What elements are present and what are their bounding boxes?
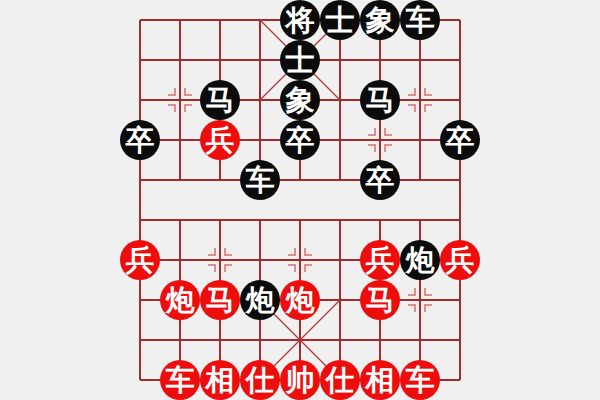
red-soldier[interactable]: 兵 [120, 240, 160, 280]
red-soldier[interactable]: 兵 [440, 240, 480, 280]
piece-glyph: 帅 [286, 366, 315, 395]
red-advisor[interactable]: 仕 [240, 360, 280, 400]
red-chariot[interactable]: 车 [160, 360, 200, 400]
piece-glyph: 仕 [246, 366, 275, 395]
red-elephant[interactable]: 相 [360, 360, 400, 400]
piece-glyph: 马 [206, 86, 235, 115]
piece-glyph: 车 [406, 366, 435, 395]
piece-glyph: 将 [286, 6, 315, 35]
piece-glyph: 马 [366, 286, 395, 315]
piece-glyph: 象 [366, 6, 395, 35]
red-soldier[interactable]: 兵 [200, 120, 240, 160]
black-elephant[interactable]: 象 [360, 0, 400, 40]
black-cannon[interactable]: 炮 [240, 280, 280, 320]
piece-glyph: 士 [286, 46, 315, 75]
black-chariot[interactable]: 车 [240, 160, 280, 200]
black-chariot[interactable]: 车 [400, 0, 440, 40]
red-horse[interactable]: 马 [360, 280, 400, 320]
piece-glyph: 卒 [286, 126, 315, 155]
black-soldier[interactable]: 卒 [440, 120, 480, 160]
piece-glyph: 炮 [406, 246, 435, 275]
piece-glyph: 炮 [286, 286, 315, 315]
piece-glyph: 象 [286, 86, 315, 115]
xiangqi-board: 将士象车士马象马卒卒卒车卒炮炮兵兵兵兵炮马炮马车相仕帅仕相车 [0, 0, 600, 400]
piece-glyph: 卒 [366, 166, 395, 195]
black-horse[interactable]: 马 [200, 80, 240, 120]
piece-glyph: 炮 [166, 286, 195, 315]
piece-glyph: 马 [366, 86, 395, 115]
red-elephant[interactable]: 相 [200, 360, 240, 400]
black-cannon[interactable]: 炮 [400, 240, 440, 280]
red-general[interactable]: 帅 [280, 360, 320, 400]
piece-glyph: 相 [366, 366, 395, 395]
piece-glyph: 卒 [126, 126, 155, 155]
black-soldier[interactable]: 卒 [280, 120, 320, 160]
red-cannon[interactable]: 炮 [280, 280, 320, 320]
black-soldier[interactable]: 卒 [360, 160, 400, 200]
black-elephant[interactable]: 象 [280, 80, 320, 120]
piece-glyph: 兵 [366, 246, 395, 275]
piece-glyph: 车 [246, 166, 275, 195]
piece-glyph: 车 [166, 366, 195, 395]
piece-glyph: 卒 [446, 126, 475, 155]
piece-glyph: 兵 [446, 246, 475, 275]
red-chariot[interactable]: 车 [400, 360, 440, 400]
piece-glyph: 兵 [206, 126, 235, 155]
red-advisor[interactable]: 仕 [320, 360, 360, 400]
piece-glyph: 车 [406, 6, 435, 35]
piece-glyph: 兵 [126, 246, 155, 275]
piece-glyph: 炮 [246, 286, 275, 315]
black-horse[interactable]: 马 [360, 80, 400, 120]
piece-glyph: 马 [206, 286, 235, 315]
black-advisor[interactable]: 士 [280, 40, 320, 80]
red-horse[interactable]: 马 [200, 280, 240, 320]
piece-glyph: 仕 [326, 366, 355, 395]
black-general[interactable]: 将 [280, 0, 320, 40]
red-cannon[interactable]: 炮 [160, 280, 200, 320]
red-soldier[interactable]: 兵 [360, 240, 400, 280]
black-advisor[interactable]: 士 [320, 0, 360, 40]
pieces-layer: 将士象车士马象马卒卒卒车卒炮炮兵兵兵兵炮马炮马车相仕帅仕相车 [0, 0, 600, 400]
black-soldier[interactable]: 卒 [120, 120, 160, 160]
piece-glyph: 相 [206, 366, 235, 395]
piece-glyph: 士 [326, 6, 355, 35]
